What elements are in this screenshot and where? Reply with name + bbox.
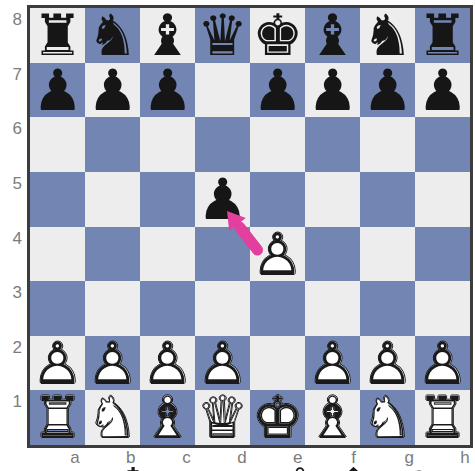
piece-white-pawn: ♟♙ <box>85 336 140 391</box>
piece-black-pawn: ♟ <box>305 63 360 118</box>
rank-label-1: 1 <box>0 392 22 412</box>
square-a2[interactable]: ♟♙ <box>30 336 85 391</box>
square-d7[interactable] <box>195 63 250 118</box>
square-c3[interactable] <box>140 281 195 336</box>
chess-board: ♜♞♝♛♚♝♞♜♟♟♟♟♟♟♟♟♟♙♟♙♟♙♟♙♟♙♟♙♟♙♟♙♜♖♞♘♝♗♛♕… <box>30 8 470 445</box>
piece-black-knight: ♞ <box>360 8 415 63</box>
piece-white-knight: ♞♘ <box>360 390 415 445</box>
square-e4[interactable]: ♟♙ <box>250 227 305 282</box>
square-d4[interactable] <box>195 227 250 282</box>
square-h6[interactable] <box>415 117 470 172</box>
square-f3[interactable] <box>305 281 360 336</box>
piece-white-queen: ♛♕ <box>195 390 250 445</box>
clipped-piece-glyphs <box>0 462 475 471</box>
square-c5[interactable] <box>140 172 195 227</box>
square-g5[interactable] <box>360 172 415 227</box>
square-h2[interactable]: ♟♙ <box>415 336 470 391</box>
piece-white-rook: ♜♖ <box>415 390 470 445</box>
square-e6[interactable] <box>250 117 305 172</box>
piece-white-pawn: ♟♙ <box>360 336 415 391</box>
square-h4[interactable] <box>415 227 470 282</box>
square-b3[interactable] <box>85 281 140 336</box>
square-a5[interactable] <box>30 172 85 227</box>
square-e2[interactable] <box>250 336 305 391</box>
square-d3[interactable] <box>195 281 250 336</box>
piece-black-pawn: ♟ <box>30 63 85 118</box>
square-h7[interactable]: ♟ <box>415 63 470 118</box>
square-c8[interactable]: ♝ <box>140 8 195 63</box>
piece-white-pawn: ♟♙ <box>415 336 470 391</box>
square-h8[interactable]: ♜ <box>415 8 470 63</box>
square-e3[interactable] <box>250 281 305 336</box>
square-e1[interactable]: ♚♔ <box>250 390 305 445</box>
piece-black-bishop: ♝ <box>140 8 195 63</box>
square-c1[interactable]: ♝♗ <box>140 390 195 445</box>
piece-white-pawn: ♟♙ <box>305 336 360 391</box>
rank-label-4: 4 <box>0 229 22 249</box>
board-frame: ♜♞♝♛♚♝♞♜♟♟♟♟♟♟♟♟♟♙♟♙♟♙♟♙♟♙♟♙♟♙♟♙♜♖♞♘♝♗♛♕… <box>27 5 473 448</box>
square-c4[interactable] <box>140 227 195 282</box>
square-f8[interactable]: ♝ <box>305 8 360 63</box>
square-d5[interactable]: ♟ <box>195 172 250 227</box>
square-d6[interactable] <box>195 117 250 172</box>
square-b1[interactable]: ♞♘ <box>85 390 140 445</box>
rank-label-7: 7 <box>0 65 22 85</box>
square-a6[interactable] <box>30 117 85 172</box>
square-c7[interactable]: ♟ <box>140 63 195 118</box>
square-a7[interactable]: ♟ <box>30 63 85 118</box>
square-b5[interactable] <box>85 172 140 227</box>
square-f1[interactable]: ♝♗ <box>305 390 360 445</box>
piece-black-queen: ♛ <box>195 8 250 63</box>
piece-black-pawn: ♟ <box>85 63 140 118</box>
square-b4[interactable] <box>85 227 140 282</box>
piece-black-pawn: ♟ <box>415 63 470 118</box>
piece-black-rook: ♜ <box>415 8 470 63</box>
piece-black-bishop: ♝ <box>305 8 360 63</box>
piece-white-king: ♚♔ <box>250 390 305 445</box>
rank-label-5: 5 <box>0 174 22 194</box>
square-b6[interactable] <box>85 117 140 172</box>
square-g6[interactable] <box>360 117 415 172</box>
piece-white-pawn: ♟♙ <box>140 336 195 391</box>
rank-label-6: 6 <box>0 119 22 139</box>
square-h1[interactable]: ♜♖ <box>415 390 470 445</box>
square-d1[interactable]: ♛♕ <box>195 390 250 445</box>
rank-label-3: 3 <box>0 283 22 303</box>
piece-white-bishop: ♝♗ <box>140 390 195 445</box>
rank-label-8: 8 <box>0 10 22 30</box>
piece-black-pawn: ♟ <box>195 172 250 227</box>
square-a3[interactable] <box>30 281 85 336</box>
square-d8[interactable]: ♛ <box>195 8 250 63</box>
square-g8[interactable]: ♞ <box>360 8 415 63</box>
square-b2[interactable]: ♟♙ <box>85 336 140 391</box>
cross-top-fragment <box>128 467 139 471</box>
piece-white-pawn: ♟♙ <box>250 227 305 282</box>
square-b7[interactable]: ♟ <box>85 63 140 118</box>
square-e7[interactable]: ♟ <box>250 63 305 118</box>
square-a4[interactable] <box>30 227 85 282</box>
piece-white-knight: ♞♘ <box>85 390 140 445</box>
square-f4[interactable] <box>305 227 360 282</box>
square-g7[interactable]: ♟ <box>360 63 415 118</box>
square-f7[interactable]: ♟ <box>305 63 360 118</box>
square-d2[interactable]: ♟♙ <box>195 336 250 391</box>
square-g1[interactable]: ♞♘ <box>360 390 415 445</box>
square-h5[interactable] <box>415 172 470 227</box>
piece-black-rook: ♜ <box>30 8 85 63</box>
square-h3[interactable] <box>415 281 470 336</box>
square-g3[interactable] <box>360 281 415 336</box>
square-c2[interactable]: ♟♙ <box>140 336 195 391</box>
piece-white-pawn: ♟♙ <box>30 336 85 391</box>
rank-label-2: 2 <box>0 338 22 358</box>
piece-white-bishop: ♝♗ <box>305 390 360 445</box>
square-f2[interactable]: ♟♙ <box>305 336 360 391</box>
square-e5[interactable] <box>250 172 305 227</box>
chess-diagram: 87654321 ♜♞♝♛♚♝♞♜♟♟♟♟♟♟♟♟♟♙♟♙♟♙♟♙♟♙♟♙♟♙♟… <box>0 0 475 471</box>
piece-black-pawn: ♟ <box>250 63 305 118</box>
square-a1[interactable]: ♜♖ <box>30 390 85 445</box>
square-e8[interactable]: ♚ <box>250 8 305 63</box>
square-g2[interactable]: ♟♙ <box>360 336 415 391</box>
piece-black-king: ♚ <box>250 8 305 63</box>
piece-white-pawn: ♟♙ <box>195 336 250 391</box>
square-g4[interactable] <box>360 227 415 282</box>
piece-black-knight: ♞ <box>85 8 140 63</box>
square-a8[interactable]: ♜ <box>30 8 85 63</box>
square-f5[interactable] <box>305 172 360 227</box>
square-b8[interactable]: ♞ <box>85 8 140 63</box>
square-f6[interactable] <box>305 117 360 172</box>
piece-black-pawn: ♟ <box>140 63 195 118</box>
piece-black-pawn: ♟ <box>360 63 415 118</box>
piece-white-rook: ♜♖ <box>30 390 85 445</box>
square-c6[interactable] <box>140 117 195 172</box>
